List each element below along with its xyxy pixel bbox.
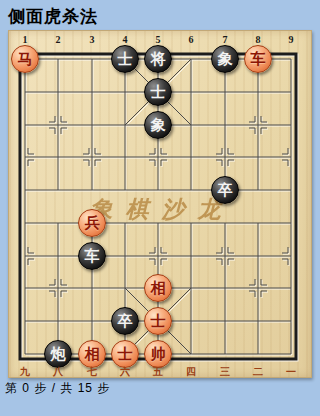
file-label-bottom-5: 五 [151,366,165,378]
piece-black-elephant[interactable]: 象 [144,111,172,139]
piece-red-advisor[interactable]: 士 [111,340,139,368]
file-label-bottom-6: 四 [184,366,198,378]
piece-black-elephant[interactable]: 象 [211,45,239,73]
piece-black-advisor[interactable]: 士 [111,45,139,73]
file-label-bottom-8: 二 [251,366,265,378]
piece-red-horse[interactable]: 马 [11,45,39,73]
file-label-bottom-9: 一 [284,366,298,378]
piece-red-general[interactable]: 帅 [144,340,172,368]
file-label-bottom-2: 八 [51,366,65,378]
piece-black-soldier[interactable]: 卒 [211,176,239,204]
move-counter-status: 第 0 步 / 共 15 步 [5,380,110,397]
file-label-top-3: 3 [85,34,99,46]
file-label-top-7: 7 [218,34,232,46]
file-label-bottom-3: 七 [85,366,99,378]
file-label-bottom-1: 九 [18,366,32,378]
piece-red-elephant[interactable]: 相 [144,274,172,302]
file-label-top-8: 8 [251,34,265,46]
page-title: 侧面虎杀法 [8,5,98,28]
file-label-top-9: 9 [284,34,298,46]
file-label-top-6: 6 [184,34,198,46]
piece-red-elephant[interactable]: 相 [78,340,106,368]
file-label-top-2: 2 [51,34,65,46]
piece-black-soldier[interactable]: 卒 [111,307,139,335]
piece-red-soldier[interactable]: 兵 [78,209,106,237]
file-label-top-4: 4 [118,34,132,46]
piece-red-chariot[interactable]: 车 [244,45,272,73]
file-label-top-1: 1 [18,34,32,46]
piece-black-advisor[interactable]: 士 [144,78,172,106]
piece-red-advisor[interactable]: 士 [144,307,172,335]
piece-black-chariot[interactable]: 车 [78,242,106,270]
piece-black-general[interactable]: 将 [144,45,172,73]
xiangqi-board[interactable]: 象棋沙龙 马士将象车士象卒兵车相卒士炮相士帅 123456789九八七六五四三二… [8,30,312,378]
file-label-top-5: 5 [151,34,165,46]
piece-black-cannon[interactable]: 炮 [44,340,72,368]
file-label-bottom-4: 六 [118,366,132,378]
file-label-bottom-7: 三 [218,366,232,378]
